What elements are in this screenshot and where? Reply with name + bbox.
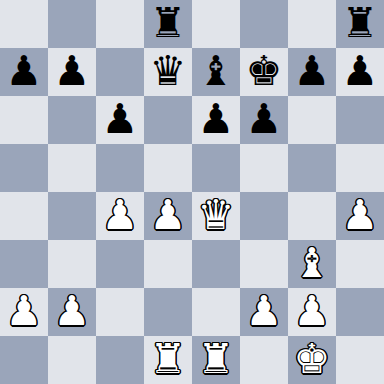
white-pawn[interactable]: ♟ (294, 288, 331, 335)
square-f6[interactable]: ♟ (240, 96, 288, 144)
white-pawn[interactable]: ♟ (54, 288, 91, 335)
black-pawn[interactable]: ♟ (294, 48, 331, 95)
square-c6[interactable]: ♟ (96, 96, 144, 144)
square-f2[interactable]: ♟ (240, 288, 288, 336)
chess-board: ♜♜♟♟♛♝♚♟♟♟♟♟♟♟♛♟♝♟♟♟♟♜♜♚ (0, 0, 384, 384)
black-pawn[interactable]: ♟ (102, 96, 139, 143)
square-f4[interactable] (240, 192, 288, 240)
black-pawn[interactable]: ♟ (54, 48, 91, 95)
square-e6[interactable]: ♟ (192, 96, 240, 144)
square-e4[interactable]: ♛ (192, 192, 240, 240)
square-d7[interactable]: ♛ (144, 48, 192, 96)
square-a5[interactable] (0, 144, 48, 192)
square-c2[interactable] (96, 288, 144, 336)
square-c7[interactable] (96, 48, 144, 96)
white-pawn[interactable]: ♟ (6, 288, 43, 335)
square-f7[interactable]: ♚ (240, 48, 288, 96)
black-pawn[interactable]: ♟ (6, 48, 43, 95)
square-b5[interactable] (48, 144, 96, 192)
square-e8[interactable] (192, 0, 240, 48)
square-b3[interactable] (48, 240, 96, 288)
square-f8[interactable] (240, 0, 288, 48)
square-b4[interactable] (48, 192, 96, 240)
square-a1[interactable] (0, 336, 48, 384)
square-c5[interactable] (96, 144, 144, 192)
square-e1[interactable]: ♜ (192, 336, 240, 384)
square-g6[interactable] (288, 96, 336, 144)
black-rook[interactable]: ♜ (342, 0, 379, 47)
white-king[interactable]: ♚ (294, 336, 331, 383)
square-c1[interactable] (96, 336, 144, 384)
square-d2[interactable] (144, 288, 192, 336)
square-d1[interactable]: ♜ (144, 336, 192, 384)
white-pawn[interactable]: ♟ (246, 288, 283, 335)
square-h4[interactable]: ♟ (336, 192, 384, 240)
square-g1[interactable]: ♚ (288, 336, 336, 384)
square-h5[interactable] (336, 144, 384, 192)
square-a3[interactable] (0, 240, 48, 288)
white-rook[interactable]: ♜ (150, 336, 187, 383)
black-king[interactable]: ♚ (246, 48, 283, 95)
square-f3[interactable] (240, 240, 288, 288)
black-bishop[interactable]: ♝ (198, 48, 235, 95)
square-e7[interactable]: ♝ (192, 48, 240, 96)
square-a2[interactable]: ♟ (0, 288, 48, 336)
square-f5[interactable] (240, 144, 288, 192)
square-e5[interactable] (192, 144, 240, 192)
square-h8[interactable]: ♜ (336, 0, 384, 48)
square-a8[interactable] (0, 0, 48, 48)
square-d8[interactable]: ♜ (144, 0, 192, 48)
white-rook[interactable]: ♜ (198, 336, 235, 383)
square-h7[interactable]: ♟ (336, 48, 384, 96)
black-pawn[interactable]: ♟ (342, 48, 379, 95)
black-pawn[interactable]: ♟ (246, 96, 283, 143)
square-a6[interactable] (0, 96, 48, 144)
white-pawn[interactable]: ♟ (150, 192, 187, 239)
black-pawn[interactable]: ♟ (198, 96, 235, 143)
square-h3[interactable] (336, 240, 384, 288)
square-d4[interactable]: ♟ (144, 192, 192, 240)
square-g7[interactable]: ♟ (288, 48, 336, 96)
square-a4[interactable] (0, 192, 48, 240)
white-pawn[interactable]: ♟ (342, 192, 379, 239)
white-queen[interactable]: ♛ (198, 192, 235, 239)
square-h1[interactable] (336, 336, 384, 384)
white-bishop[interactable]: ♝ (294, 240, 331, 287)
square-d6[interactable] (144, 96, 192, 144)
white-pawn[interactable]: ♟ (102, 192, 139, 239)
square-b2[interactable]: ♟ (48, 288, 96, 336)
black-queen[interactable]: ♛ (150, 48, 187, 95)
square-h6[interactable] (336, 96, 384, 144)
square-h2[interactable] (336, 288, 384, 336)
square-d5[interactable] (144, 144, 192, 192)
square-b8[interactable] (48, 0, 96, 48)
square-g4[interactable] (288, 192, 336, 240)
square-g8[interactable] (288, 0, 336, 48)
square-f1[interactable] (240, 336, 288, 384)
square-b1[interactable] (48, 336, 96, 384)
square-g5[interactable] (288, 144, 336, 192)
square-b6[interactable] (48, 96, 96, 144)
square-g3[interactable]: ♝ (288, 240, 336, 288)
black-rook[interactable]: ♜ (150, 0, 187, 47)
square-b7[interactable]: ♟ (48, 48, 96, 96)
square-c3[interactable] (96, 240, 144, 288)
square-g2[interactable]: ♟ (288, 288, 336, 336)
square-c4[interactable]: ♟ (96, 192, 144, 240)
square-c8[interactable] (96, 0, 144, 48)
square-e3[interactable] (192, 240, 240, 288)
square-d3[interactable] (144, 240, 192, 288)
square-a7[interactable]: ♟ (0, 48, 48, 96)
square-e2[interactable] (192, 288, 240, 336)
